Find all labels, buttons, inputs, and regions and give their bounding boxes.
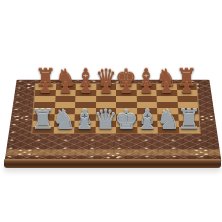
border-inlay-motif: [107, 153, 110, 154]
piece-white-rook[interactable]: ♜: [177, 106, 201, 133]
chess-set-photo: ♜♞♝♛♚♝♞♜♟♟♟♟♟♟♟♟♟♟♟♟♟♟♟♟♜♞♝♛♚♝♞♜: [0, 0, 222, 222]
border-inlay-motif: [16, 115, 19, 116]
piece-black-pawn[interactable]: ♟: [38, 81, 51, 96]
piece-black-pawn[interactable]: ♟: [79, 81, 92, 96]
piece-black-pawn[interactable]: ♟: [160, 81, 173, 96]
piece-black-pawn[interactable]: ♟: [99, 81, 112, 96]
piece-black-pawn[interactable]: ♟: [180, 81, 193, 96]
border-inlay-motif: [19, 149, 22, 150]
piece-black-pawn[interactable]: ♟: [59, 81, 72, 96]
border-inlay-motif: [195, 149, 198, 150]
board-front-edge: [4, 159, 221, 168]
piece-black-pawn[interactable]: ♟: [119, 81, 132, 96]
border-inlay-motif: [27, 84, 30, 85]
piece-black-pawn[interactable]: ♟: [140, 81, 153, 96]
